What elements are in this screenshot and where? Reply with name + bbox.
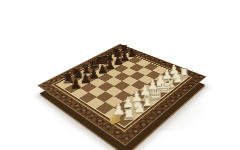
piece-white-pawn: ♟ [130, 90, 144, 104]
piece-white-pawn: ♟ [161, 69, 173, 81]
piece-black-rook: ♜ [119, 45, 129, 55]
piece-black-knight: ♞ [71, 69, 83, 81]
piece-black-bishop: ♝ [104, 52, 115, 63]
piece-black-pawn: ♟ [119, 52, 130, 63]
piece-white-rook: ♜ [177, 68, 189, 80]
board-perspective-wrapper: ♜♞♝♛♚♝♞♜♟♟♟♟♟♟♟♟♟♟♟♟♟♟♟♟♜♞♝♛♚♝♞♜ [59, 18, 185, 144]
piece-black-pawn: ♟ [126, 48, 137, 59]
product-photo-scene: ♜♞♝♛♚♝♞♜♟♟♟♟♟♟♟♟♟♟♟♟♟♟♟♟♜♞♝♛♚♝♞♜ [0, 0, 240, 150]
piece-black-knight: ♞ [112, 49, 123, 60]
piece-white-king: ♚ [156, 83, 169, 96]
piece-white-pawn: ♟ [168, 64, 180, 76]
piece-white-knight: ♞ [131, 101, 146, 116]
piece-white-pawn: ♟ [154, 73, 167, 86]
piece-white-pawn: ♟ [138, 84, 151, 97]
piece-black-pawn: ♟ [112, 55, 123, 66]
piece-white-knight: ♞ [171, 73, 184, 86]
